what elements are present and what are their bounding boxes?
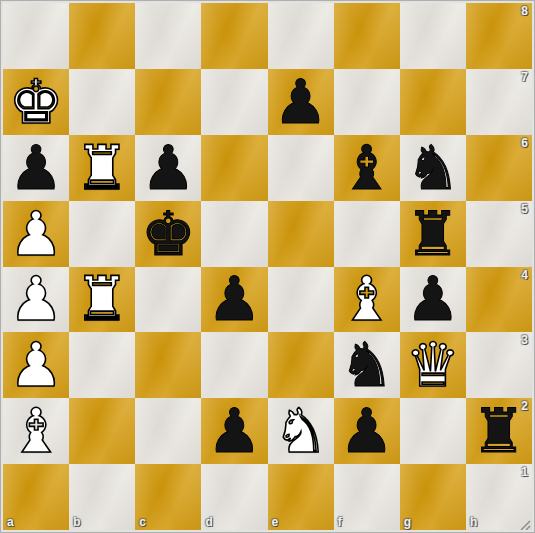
white-knight[interactable]: ♞︎ <box>273 398 328 464</box>
file-label-d: d <box>205 515 212 529</box>
file-label-a: a <box>7 515 14 529</box>
square-c8[interactable] <box>135 3 201 69</box>
square-f6[interactable]: ♝︎ <box>334 135 400 201</box>
rank-label-8: 8 <box>521 4 528 18</box>
square-a8[interactable] <box>3 3 69 69</box>
square-e7[interactable]: ♟︎ <box>268 69 334 135</box>
black-knight[interactable]: ♞︎ <box>405 135 460 201</box>
square-b5[interactable] <box>69 201 135 267</box>
file-label-g: g <box>404 515 411 529</box>
chess-board-frame: 8♚︎♟︎7♟︎♜︎♟︎♝︎♞︎6♟︎♚︎♜︎5♟︎♜︎♟︎♝︎♟︎4♟︎♞︎♛… <box>0 0 535 533</box>
rank-label-3: 3 <box>521 333 528 347</box>
square-a3[interactable]: ♟︎ <box>3 332 69 398</box>
square-g7[interactable] <box>400 69 466 135</box>
white-bishop[interactable]: ♝︎ <box>9 398 64 464</box>
square-a4[interactable]: ♟︎ <box>3 267 69 333</box>
white-pawn[interactable]: ♟︎ <box>9 267 64 333</box>
black-pawn[interactable]: ♟︎ <box>273 69 328 135</box>
square-b4[interactable]: ♜︎ <box>69 267 135 333</box>
square-b2[interactable] <box>69 398 135 464</box>
square-c1[interactable]: c <box>135 464 201 530</box>
square-c4[interactable] <box>135 267 201 333</box>
white-king[interactable]: ♚︎ <box>9 69 64 135</box>
square-d7[interactable] <box>201 69 267 135</box>
square-a1[interactable]: a <box>3 464 69 530</box>
black-rook[interactable]: ♜︎ <box>405 201 460 267</box>
file-label-h: h <box>470 515 477 529</box>
square-c6[interactable]: ♟︎ <box>135 135 201 201</box>
square-e6[interactable] <box>268 135 334 201</box>
square-h6[interactable]: 6 <box>466 135 532 201</box>
square-d2[interactable]: ♟︎ <box>201 398 267 464</box>
square-f4[interactable]: ♝︎ <box>334 267 400 333</box>
chess-board: 8♚︎♟︎7♟︎♜︎♟︎♝︎♞︎6♟︎♚︎♜︎5♟︎♜︎♟︎♝︎♟︎4♟︎♞︎♛… <box>3 3 532 530</box>
square-h2[interactable]: ♜︎2 <box>466 398 532 464</box>
square-f5[interactable] <box>334 201 400 267</box>
square-d5[interactable] <box>201 201 267 267</box>
black-pawn[interactable]: ♟︎ <box>207 267 262 333</box>
rank-label-5: 5 <box>521 202 528 216</box>
black-king[interactable]: ♚︎ <box>141 201 196 267</box>
square-b6[interactable]: ♜︎ <box>69 135 135 201</box>
square-g3[interactable]: ♛︎ <box>400 332 466 398</box>
square-b1[interactable]: b <box>69 464 135 530</box>
file-label-f: f <box>338 515 342 529</box>
square-e5[interactable] <box>268 201 334 267</box>
black-pawn[interactable]: ♟︎ <box>207 398 262 464</box>
square-a7[interactable]: ♚︎ <box>3 69 69 135</box>
square-c3[interactable] <box>135 332 201 398</box>
white-rook[interactable]: ♜︎ <box>75 135 130 201</box>
square-g4[interactable]: ♟︎ <box>400 267 466 333</box>
square-e4[interactable] <box>268 267 334 333</box>
square-d8[interactable] <box>201 3 267 69</box>
square-g2[interactable] <box>400 398 466 464</box>
white-bishop[interactable]: ♝︎ <box>339 267 394 333</box>
square-c7[interactable] <box>135 69 201 135</box>
square-e1[interactable]: e <box>268 464 334 530</box>
square-g1[interactable]: g <box>400 464 466 530</box>
square-h7[interactable]: 7 <box>466 69 532 135</box>
square-d3[interactable] <box>201 332 267 398</box>
black-rook[interactable]: ♜︎ <box>472 398 527 464</box>
black-bishop[interactable]: ♝︎ <box>339 135 394 201</box>
black-pawn[interactable]: ♟︎ <box>405 267 460 333</box>
rank-label-6: 6 <box>521 136 528 150</box>
square-d1[interactable]: d <box>201 464 267 530</box>
square-d4[interactable]: ♟︎ <box>201 267 267 333</box>
black-knight[interactable]: ♞︎ <box>339 332 394 398</box>
rank-label-1: 1 <box>521 465 528 479</box>
square-h1[interactable]: 1h <box>466 464 532 530</box>
square-d6[interactable] <box>201 135 267 201</box>
square-f7[interactable] <box>334 69 400 135</box>
black-pawn[interactable]: ♟︎ <box>141 135 196 201</box>
file-label-e: e <box>272 515 279 529</box>
square-g5[interactable]: ♜︎ <box>400 201 466 267</box>
square-f3[interactable]: ♞︎ <box>334 332 400 398</box>
file-label-b: b <box>73 515 80 529</box>
rank-label-7: 7 <box>521 70 528 84</box>
square-f1[interactable]: f <box>334 464 400 530</box>
white-pawn[interactable]: ♟︎ <box>9 201 64 267</box>
square-a5[interactable]: ♟︎ <box>3 201 69 267</box>
black-pawn[interactable]: ♟︎ <box>339 398 394 464</box>
white-queen[interactable]: ♛︎ <box>405 332 460 398</box>
square-c5[interactable]: ♚︎ <box>135 201 201 267</box>
rank-label-4: 4 <box>521 268 528 282</box>
square-b8[interactable] <box>69 3 135 69</box>
square-g6[interactable]: ♞︎ <box>400 135 466 201</box>
square-h3[interactable]: 3 <box>466 332 532 398</box>
file-label-c: c <box>139 515 146 529</box>
square-b7[interactable] <box>69 69 135 135</box>
resize-grip-icon[interactable] <box>519 517 531 529</box>
square-f2[interactable]: ♟︎ <box>334 398 400 464</box>
square-e8[interactable] <box>268 3 334 69</box>
white-rook[interactable]: ♜︎ <box>75 267 130 333</box>
square-h5[interactable]: 5 <box>466 201 532 267</box>
square-a6[interactable]: ♟︎ <box>3 135 69 201</box>
black-pawn[interactable]: ♟︎ <box>9 135 64 201</box>
square-a2[interactable]: ♝︎ <box>3 398 69 464</box>
white-pawn[interactable]: ♟︎ <box>9 332 64 398</box>
square-h8[interactable]: 8 <box>466 3 532 69</box>
square-b3[interactable] <box>69 332 135 398</box>
square-f8[interactable] <box>334 3 400 69</box>
square-g8[interactable] <box>400 3 466 69</box>
square-h4[interactable]: 4 <box>466 267 532 333</box>
square-c2[interactable] <box>135 398 201 464</box>
square-e2[interactable]: ♞︎ <box>268 398 334 464</box>
square-e3[interactable] <box>268 332 334 398</box>
